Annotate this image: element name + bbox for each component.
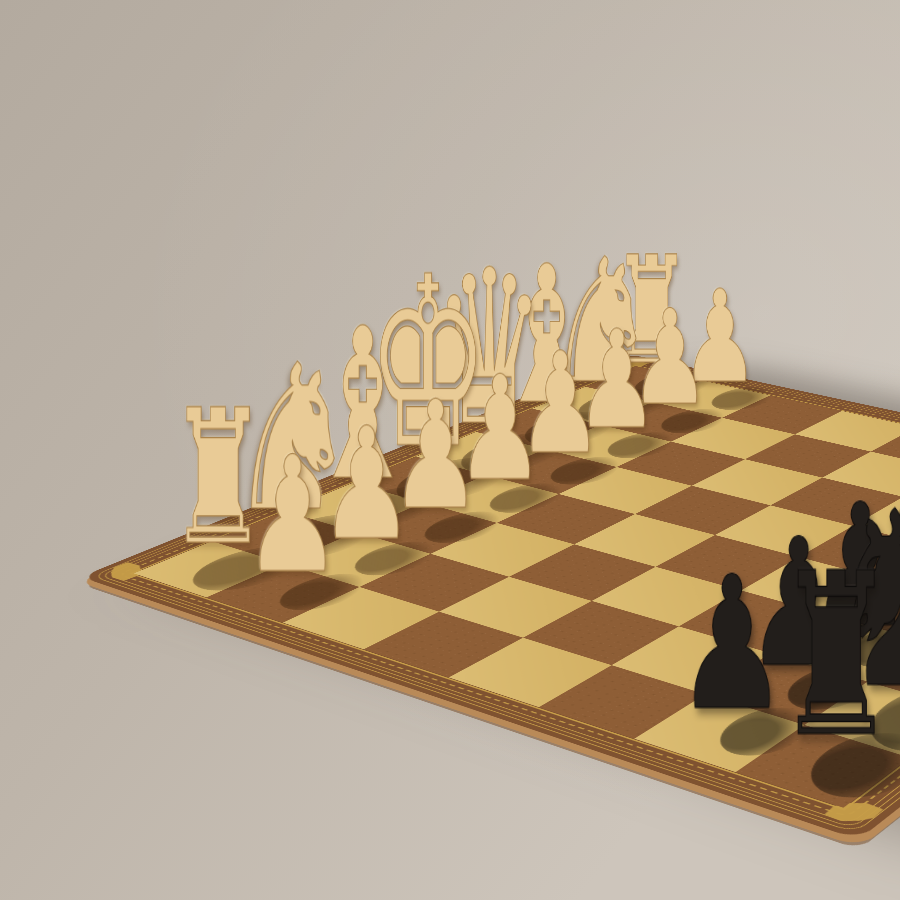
white-pawn-glyph: ♟ [147, 435, 437, 595]
stage: ♜♟♞♟♝♟♛♟♚♟♟♜♝♟♟♞♞♟♟♝♜♟♟♛♟♚♟♝♟♞♟♜ [0, 0, 900, 900]
black-rook-glyph: ♜ [684, 544, 900, 769]
chess-board: ♜♟♞♟♝♟♛♟♚♟♟♜♝♟♟♞♞♟♟♝♜♟♟♛♟♚♟♝♟♞♟♜ [81, 354, 900, 840]
corner-crest-icon [820, 801, 887, 824]
backdrop: ♜♟♞♟♝♟♛♟♚♟♟♜♝♟♟♞♞♟♟♝♜♟♟♛♟♚♟♝♟♞♟♜ [0, 0, 900, 900]
